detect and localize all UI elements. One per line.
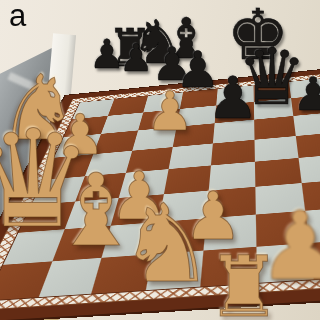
white-knight-e2[interactable]: ♞	[119, 190, 216, 298]
black-pawn-e5[interactable]: ♟	[207, 69, 259, 127]
figure-label: a	[9, 0, 26, 34]
square-g4[interactable]	[299, 154, 320, 183]
black-pawn-h7[interactable]: ♟	[292, 71, 320, 117]
white-pawn-e4[interactable]: ♟	[146, 85, 194, 139]
black-pawn-c6[interactable]: ♟	[119, 39, 153, 77]
white-rook-g1[interactable]: ♜	[206, 245, 281, 320]
chess-photo-scene: ♜♞♝♚♛♟♟♟♟♟♟♛♞♟♝♟♟♞♟♜♟ a	[0, 0, 320, 320]
square-g5[interactable]	[296, 132, 320, 158]
